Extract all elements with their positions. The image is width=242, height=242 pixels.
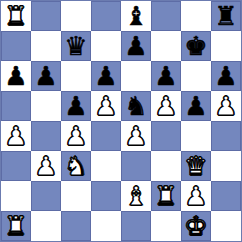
square-c2[interactable] bbox=[61, 181, 91, 211]
square-f8[interactable] bbox=[151, 1, 181, 31]
black-rook-icon[interactable]: ♜ bbox=[214, 1, 237, 31]
white-queen-icon[interactable]: ♛ bbox=[184, 151, 207, 181]
white-pawn-icon[interactable]: ♟ bbox=[94, 91, 117, 121]
square-d7[interactable] bbox=[91, 31, 121, 61]
black-bishop-icon[interactable]: ♝ bbox=[124, 1, 147, 31]
black-queen-icon[interactable]: ♛ bbox=[64, 31, 87, 61]
square-h6[interactable]: ♟ bbox=[211, 61, 241, 91]
white-pawn-icon[interactable]: ♟ bbox=[154, 91, 177, 121]
square-h5[interactable]: ♟ bbox=[211, 91, 241, 121]
square-g1[interactable]: ♚ bbox=[181, 211, 211, 241]
square-g3[interactable]: ♛ bbox=[181, 151, 211, 181]
square-d4[interactable] bbox=[91, 121, 121, 151]
square-c5[interactable]: ♟ bbox=[61, 91, 91, 121]
square-c8[interactable] bbox=[61, 1, 91, 31]
white-pawn-icon[interactable]: ♟ bbox=[184, 181, 207, 211]
square-d6[interactable]: ♟ bbox=[91, 61, 121, 91]
square-h2[interactable] bbox=[211, 181, 241, 211]
square-f3[interactable] bbox=[151, 151, 181, 181]
square-h8[interactable]: ♜ bbox=[211, 1, 241, 31]
square-d2[interactable] bbox=[91, 181, 121, 211]
square-c6[interactable] bbox=[61, 61, 91, 91]
white-pawn-icon[interactable]: ♟ bbox=[4, 121, 27, 151]
square-f4[interactable] bbox=[151, 121, 181, 151]
square-g6[interactable] bbox=[181, 61, 211, 91]
square-f7[interactable] bbox=[151, 31, 181, 61]
black-pawn-icon[interactable]: ♟ bbox=[154, 61, 177, 91]
square-h4[interactable] bbox=[211, 121, 241, 151]
square-d1[interactable] bbox=[91, 211, 121, 241]
black-pawn-icon[interactable]: ♟ bbox=[94, 61, 117, 91]
square-f1[interactable] bbox=[151, 211, 181, 241]
white-pawn-icon[interactable]: ♟ bbox=[34, 151, 57, 181]
square-e5[interactable]: ♞ bbox=[121, 91, 151, 121]
square-b8[interactable] bbox=[31, 1, 61, 31]
square-h3[interactable] bbox=[211, 151, 241, 181]
white-pawn-icon[interactable]: ♟ bbox=[124, 121, 147, 151]
square-e2[interactable]: ♝ bbox=[121, 181, 151, 211]
white-bishop-icon[interactable]: ♝ bbox=[124, 181, 147, 211]
chess-board: ♜♝♜♛♟♚♟♟♟♟♟♟♟♞♟♟♟♟♟♟♟♞♛♝♜♟♜♚ bbox=[0, 0, 242, 242]
square-a2[interactable] bbox=[1, 181, 31, 211]
square-g7[interactable]: ♚ bbox=[181, 31, 211, 61]
square-g5[interactable]: ♟ bbox=[181, 91, 211, 121]
square-a3[interactable] bbox=[1, 151, 31, 181]
square-c3[interactable]: ♞ bbox=[61, 151, 91, 181]
black-knight-icon[interactable]: ♞ bbox=[124, 91, 147, 121]
black-pawn-icon[interactable]: ♟ bbox=[124, 31, 147, 61]
black-pawn-icon[interactable]: ♟ bbox=[184, 91, 207, 121]
white-rook-icon[interactable]: ♜ bbox=[154, 181, 177, 211]
square-b6[interactable]: ♟ bbox=[31, 61, 61, 91]
square-b2[interactable] bbox=[31, 181, 61, 211]
square-b3[interactable]: ♟ bbox=[31, 151, 61, 181]
square-d5[interactable]: ♟ bbox=[91, 91, 121, 121]
square-h7[interactable] bbox=[211, 31, 241, 61]
black-pawn-icon[interactable]: ♟ bbox=[4, 61, 27, 91]
square-e1[interactable] bbox=[121, 211, 151, 241]
square-f5[interactable]: ♟ bbox=[151, 91, 181, 121]
square-a6[interactable]: ♟ bbox=[1, 61, 31, 91]
black-pawn-icon[interactable]: ♟ bbox=[64, 91, 87, 121]
square-e3[interactable] bbox=[121, 151, 151, 181]
square-e7[interactable]: ♟ bbox=[121, 31, 151, 61]
square-f2[interactable]: ♜ bbox=[151, 181, 181, 211]
square-e4[interactable]: ♟ bbox=[121, 121, 151, 151]
square-a5[interactable] bbox=[1, 91, 31, 121]
white-rook-icon[interactable]: ♜ bbox=[4, 211, 27, 241]
square-g4[interactable] bbox=[181, 121, 211, 151]
square-b5[interactable] bbox=[31, 91, 61, 121]
square-b7[interactable] bbox=[31, 31, 61, 61]
square-b1[interactable] bbox=[31, 211, 61, 241]
white-rook-icon[interactable]: ♜ bbox=[4, 1, 27, 31]
square-h1[interactable] bbox=[211, 211, 241, 241]
square-g2[interactable]: ♟ bbox=[181, 181, 211, 211]
white-knight-icon[interactable]: ♞ bbox=[64, 151, 87, 181]
square-a7[interactable] bbox=[1, 31, 31, 61]
black-pawn-icon[interactable]: ♟ bbox=[34, 61, 57, 91]
square-b4[interactable] bbox=[31, 121, 61, 151]
square-d3[interactable] bbox=[91, 151, 121, 181]
black-pawn-icon[interactable]: ♟ bbox=[214, 61, 237, 91]
square-c4[interactable]: ♟ bbox=[61, 121, 91, 151]
square-a1[interactable]: ♜ bbox=[1, 211, 31, 241]
white-pawn-icon[interactable]: ♟ bbox=[64, 121, 87, 151]
white-king-icon[interactable]: ♚ bbox=[184, 211, 207, 241]
black-king-icon[interactable]: ♚ bbox=[184, 31, 207, 61]
square-a4[interactable]: ♟ bbox=[1, 121, 31, 151]
square-c7[interactable]: ♛ bbox=[61, 31, 91, 61]
square-g8[interactable] bbox=[181, 1, 211, 31]
square-d8[interactable] bbox=[91, 1, 121, 31]
square-c1[interactable] bbox=[61, 211, 91, 241]
white-pawn-icon[interactable]: ♟ bbox=[214, 91, 237, 121]
square-e6[interactable] bbox=[121, 61, 151, 91]
square-f6[interactable]: ♟ bbox=[151, 61, 181, 91]
square-a8[interactable]: ♜ bbox=[1, 1, 31, 31]
square-e8[interactable]: ♝ bbox=[121, 1, 151, 31]
